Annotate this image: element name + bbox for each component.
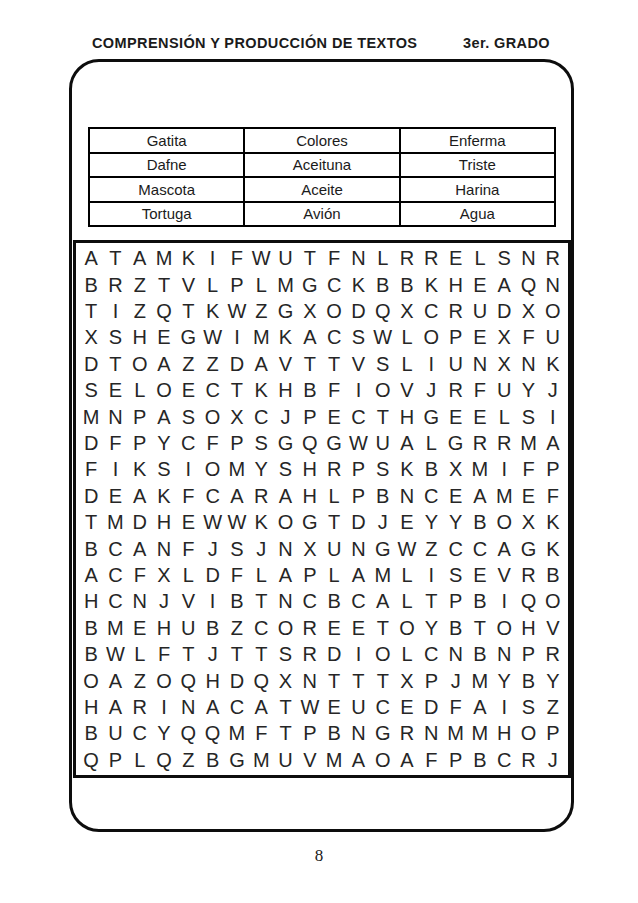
grid-cell: H: [128, 324, 152, 350]
grid-cell: D: [492, 298, 516, 324]
word-bank-cell: Enferma: [400, 128, 555, 153]
grid-cell: C: [371, 694, 395, 720]
grid-cell: C: [443, 535, 467, 561]
grid-cell: S: [225, 535, 249, 561]
grid-cell: T: [249, 588, 273, 614]
grid-cell: V: [176, 588, 200, 614]
grid-cell: L: [492, 403, 516, 429]
grid-cell: B: [468, 747, 492, 773]
grid-cell: K: [395, 456, 419, 482]
grid-cell: B: [468, 588, 492, 614]
grid-cell: F: [322, 245, 346, 271]
grid-cell: S: [176, 403, 200, 429]
grid-cell: U: [541, 324, 565, 350]
grid-cell: D: [346, 298, 370, 324]
grid-cell: O: [273, 615, 297, 641]
grid-cell: T: [371, 615, 395, 641]
grid-cell: U: [468, 298, 492, 324]
grid-cell: A: [79, 562, 103, 588]
word-bank-cell: Aceite: [244, 177, 399, 202]
grid-cell: B: [200, 615, 224, 641]
grid-cell: U: [492, 377, 516, 403]
grid-cell: X: [225, 403, 249, 429]
grid-cell: F: [516, 324, 540, 350]
grid-cell: E: [516, 483, 540, 509]
grid-cell: U: [273, 747, 297, 773]
grid-cell: T: [298, 245, 322, 271]
grid-cell: B: [79, 720, 103, 746]
grid-cell: A: [346, 562, 370, 588]
grid-cell: Z: [200, 351, 224, 377]
grid-cell: C: [492, 747, 516, 773]
grid-cell: O: [79, 667, 103, 693]
grid-cell: J: [200, 535, 224, 561]
grid-cell: N: [273, 588, 297, 614]
grid-cell: L: [395, 588, 419, 614]
grid-cell: D: [79, 483, 103, 509]
grid-cell: E: [468, 271, 492, 297]
grid-cell: I: [492, 456, 516, 482]
grid-cell: O: [371, 747, 395, 773]
grid-cell: C: [298, 588, 322, 614]
grid-cell: W: [298, 694, 322, 720]
grid-cell: T: [103, 351, 127, 377]
word-bank-cell: Triste: [400, 153, 555, 178]
grid-cell: A: [152, 403, 176, 429]
grid-cell: D: [322, 641, 346, 667]
grid-cell: Q: [176, 667, 200, 693]
grid-cell: N: [346, 720, 370, 746]
grid-cell: S: [273, 456, 297, 482]
grid-cell: F: [225, 245, 249, 271]
grid-cell: I: [103, 298, 127, 324]
grid-cell: M: [492, 483, 516, 509]
grid-cell: O: [492, 615, 516, 641]
grid-cell: Q: [200, 720, 224, 746]
grid-cell: R: [322, 456, 346, 482]
grid-cell: N: [346, 535, 370, 561]
grid-cell: X: [492, 324, 516, 350]
grid-cell: R: [541, 641, 565, 667]
grid-cell: C: [346, 403, 370, 429]
grid-cell: G: [371, 720, 395, 746]
grid-cell: D: [200, 562, 224, 588]
grid-cell: N: [346, 245, 370, 271]
grid-cell: L: [249, 562, 273, 588]
grid-cell: B: [371, 271, 395, 297]
grid-cell: X: [492, 351, 516, 377]
grid-cell: L: [371, 245, 395, 271]
grid-cell: E: [395, 694, 419, 720]
grid-cell: N: [468, 351, 492, 377]
grid-cell: J: [541, 747, 565, 773]
grid-cell: A: [298, 324, 322, 350]
grid-cell: K: [176, 245, 200, 271]
grid-cell: A: [492, 271, 516, 297]
grid-cell: E: [103, 483, 127, 509]
grid-cell: A: [273, 483, 297, 509]
grid-cell: H: [79, 588, 103, 614]
grid-cell: P: [541, 720, 565, 746]
grid-cell: A: [128, 483, 152, 509]
grid-cell: Y: [152, 720, 176, 746]
grid-cell: X: [516, 509, 540, 535]
grid-cell: U: [371, 430, 395, 456]
grid-cell: L: [395, 562, 419, 588]
grid-cell: C: [419, 483, 443, 509]
grid-cell: X: [152, 562, 176, 588]
grid-cell: N: [298, 667, 322, 693]
grid-cell: K: [541, 535, 565, 561]
grid-cell: I: [492, 694, 516, 720]
grid-cell: R: [541, 245, 565, 271]
grid-cell: T: [79, 509, 103, 535]
grid-cell: O: [371, 377, 395, 403]
grid-cell: I: [225, 324, 249, 350]
grid-cell: T: [346, 667, 370, 693]
grid-cell: J: [152, 588, 176, 614]
grid-cell: Z: [419, 535, 443, 561]
grid-cell: S: [516, 694, 540, 720]
grid-cell: O: [128, 351, 152, 377]
grid-cell: B: [79, 535, 103, 561]
grid-cell: O: [200, 456, 224, 482]
word-bank-cell: Dafne: [89, 153, 244, 178]
grid-cell: N: [273, 535, 297, 561]
grid-cell: K: [541, 351, 565, 377]
grid-cell: R: [298, 641, 322, 667]
grid-cell: K: [273, 324, 297, 350]
grid-cell: Q: [79, 747, 103, 773]
grid-cell: H: [79, 694, 103, 720]
grid-cell: X: [298, 535, 322, 561]
grid-cell: T: [225, 377, 249, 403]
grid-cell: N: [516, 245, 540, 271]
grid-cell: P: [443, 324, 467, 350]
grid-cell: P: [516, 641, 540, 667]
grid-cell: G: [419, 403, 443, 429]
grid-cell: E: [128, 615, 152, 641]
grid-cell: G: [176, 324, 200, 350]
grid-cell: G: [516, 535, 540, 561]
grid-cell: M: [103, 615, 127, 641]
grid-cell: W: [346, 430, 370, 456]
grid-cell: L: [419, 430, 443, 456]
grid-cell: O: [152, 667, 176, 693]
grid-cell: V: [176, 271, 200, 297]
grid-cell: R: [128, 694, 152, 720]
grid-cell: F: [541, 483, 565, 509]
grid-cell: F: [79, 456, 103, 482]
grid-cell: F: [516, 456, 540, 482]
grid-cell: Z: [541, 694, 565, 720]
grid-cell: Q: [249, 667, 273, 693]
grid-cell: L: [322, 483, 346, 509]
grid-cell: W: [200, 324, 224, 350]
grid-cell: H: [492, 720, 516, 746]
grid-cell: C: [103, 562, 127, 588]
grid-cell: R: [443, 377, 467, 403]
word-bank-cell: Gatita: [89, 128, 244, 153]
grid-cell: L: [249, 271, 273, 297]
grid-cell: E: [443, 483, 467, 509]
grid-cell: E: [103, 377, 127, 403]
grid-cell: P: [128, 430, 152, 456]
grid-cell: T: [103, 245, 127, 271]
grid-cell: A: [103, 694, 127, 720]
grid-cell: W: [225, 509, 249, 535]
grid-cell: C: [128, 720, 152, 746]
grid-cell: O: [152, 377, 176, 403]
grid-cell: N: [395, 483, 419, 509]
grid-cell: R: [516, 562, 540, 588]
grid-cell: I: [541, 403, 565, 429]
grid-cell: K: [249, 509, 273, 535]
grid-cell: W: [371, 324, 395, 350]
grid-cell: Y: [443, 509, 467, 535]
grid-cell: B: [79, 271, 103, 297]
grid-cell: T: [322, 509, 346, 535]
grid-cell: O: [492, 509, 516, 535]
grid-cell: C: [468, 535, 492, 561]
grid-cell: L: [128, 377, 152, 403]
grid-cell: W: [225, 298, 249, 324]
grid-cell: F: [128, 562, 152, 588]
grid-cell: I: [419, 562, 443, 588]
grid-cell: R: [298, 615, 322, 641]
grid-cell: E: [176, 509, 200, 535]
grid-cell: P: [443, 747, 467, 773]
grid-cell: P: [346, 483, 370, 509]
grid-cell: I: [346, 641, 370, 667]
grid-cell: P: [298, 720, 322, 746]
grid-cell: L: [200, 271, 224, 297]
grid-cell: D: [128, 509, 152, 535]
grid-cell: Z: [128, 271, 152, 297]
grid-cell: I: [346, 377, 370, 403]
grid-cell: D: [225, 351, 249, 377]
grid-cell: E: [346, 615, 370, 641]
grid-cell: P: [298, 403, 322, 429]
grid-cell: T: [322, 351, 346, 377]
grid-cell: R: [395, 245, 419, 271]
grid-cell: R: [419, 245, 443, 271]
grid-cell: N: [516, 351, 540, 377]
grid-cell: X: [298, 298, 322, 324]
grid-cell: A: [371, 588, 395, 614]
grid-cell: C: [346, 588, 370, 614]
grid-cell: K: [152, 483, 176, 509]
grid-cell: N: [443, 641, 467, 667]
grid-cell: X: [395, 667, 419, 693]
grid-cell: L: [128, 641, 152, 667]
grid-cell: O: [541, 588, 565, 614]
grid-cell: E: [395, 509, 419, 535]
grid-cell: A: [468, 694, 492, 720]
grid-cell: Z: [128, 667, 152, 693]
grid-cell: C: [176, 430, 200, 456]
grid-cell: J: [419, 377, 443, 403]
grid-cell: Q: [152, 747, 176, 773]
grid-cell: L: [395, 324, 419, 350]
grid-cell: E: [322, 615, 346, 641]
grid-cell: M: [468, 720, 492, 746]
grid-cell: A: [395, 747, 419, 773]
grid-cell: Y: [152, 430, 176, 456]
grid-cell: M: [249, 747, 273, 773]
grid-cell: G: [298, 271, 322, 297]
grid-cell: L: [176, 562, 200, 588]
grid-cell: M: [225, 720, 249, 746]
grid-cell: N: [492, 641, 516, 667]
grid-cell: A: [128, 535, 152, 561]
grid-cell: K: [541, 509, 565, 535]
grid-cell: S: [443, 562, 467, 588]
grid-cell: T: [176, 641, 200, 667]
grid-cell: E: [443, 403, 467, 429]
grid-cell: A: [128, 245, 152, 271]
grid-cell: X: [273, 667, 297, 693]
grid-cell: F: [103, 430, 127, 456]
grid-cell: F: [322, 377, 346, 403]
grid-cell: Z: [225, 615, 249, 641]
grid-cell: F: [200, 430, 224, 456]
grid-cell: Z: [249, 298, 273, 324]
grid-cell: C: [103, 588, 127, 614]
grid-cell: S: [371, 351, 395, 377]
grid-cell: A: [541, 430, 565, 456]
grid-cell: B: [322, 588, 346, 614]
grid-cell: W: [395, 535, 419, 561]
grid-cell: K: [249, 377, 273, 403]
grid-cell: P: [225, 430, 249, 456]
grid-cell: L: [468, 245, 492, 271]
grid-cell: F: [419, 747, 443, 773]
grid-cell: B: [443, 615, 467, 641]
grid-cell: I: [492, 588, 516, 614]
grid-cell: J: [249, 535, 273, 561]
grid-cell: F: [249, 720, 273, 746]
word-bank-cell: Harina: [400, 177, 555, 202]
grid-cell: C: [225, 694, 249, 720]
grid-cell: C: [419, 641, 443, 667]
grid-cell: J: [200, 641, 224, 667]
grid-cell: C: [419, 298, 443, 324]
grid-cell: Q: [516, 271, 540, 297]
word-bank-cell: Colores: [244, 128, 399, 153]
grid-cell: M: [468, 456, 492, 482]
grid-cell: T: [371, 403, 395, 429]
grid-cell: Y: [516, 377, 540, 403]
grid-cell: I: [176, 456, 200, 482]
grid-cell: B: [298, 377, 322, 403]
grid-cell: G: [371, 535, 395, 561]
grid-cell: U: [273, 245, 297, 271]
grid-cell: M: [152, 245, 176, 271]
word-bank-cell: Mascota: [89, 177, 244, 202]
grid-cell: H: [443, 271, 467, 297]
grid-cell: R: [516, 747, 540, 773]
grid-cell: J: [371, 509, 395, 535]
grid-cell: P: [346, 456, 370, 482]
grid-cell: B: [371, 483, 395, 509]
grid-cell: C: [322, 271, 346, 297]
word-bank-table: GatitaColoresEnfermaDafneAceitunaTristeM…: [88, 127, 556, 227]
grid-cell: X: [516, 298, 540, 324]
letter-grid: ATAMKIFWUTFNLRRELSNRBRZTVLPLMGCKBBKHEAQN…: [73, 240, 571, 778]
grid-cell: T: [79, 298, 103, 324]
grid-cell: B: [200, 747, 224, 773]
grid-cell: M: [79, 403, 103, 429]
grid-cell: X: [395, 298, 419, 324]
grid-cell: G: [273, 430, 297, 456]
grid-cell: A: [249, 351, 273, 377]
grid-cell: A: [103, 667, 127, 693]
grid-cell: A: [468, 483, 492, 509]
grid-cell: H: [152, 509, 176, 535]
grid-cell: Y: [249, 456, 273, 482]
grid-cell: T: [152, 271, 176, 297]
grid-cell: Q: [176, 720, 200, 746]
grid-cell: E: [443, 245, 467, 271]
grid-cell: E: [468, 562, 492, 588]
grid-cell: E: [176, 377, 200, 403]
grid-cell: Y: [541, 667, 565, 693]
grid-cell: N: [152, 535, 176, 561]
grid-cell: I: [200, 245, 224, 271]
grid-cell: B: [79, 615, 103, 641]
grid-cell: Q: [516, 588, 540, 614]
grid-cell: J: [541, 377, 565, 403]
grid-cell: U: [103, 720, 127, 746]
grid-cell: B: [516, 667, 540, 693]
grid-cell: M: [273, 271, 297, 297]
grid-cell: O: [371, 641, 395, 667]
grid-cell: W: [249, 245, 273, 271]
grid-cell: H: [298, 483, 322, 509]
word-bank-cell: Agua: [400, 202, 555, 227]
grid-cell: C: [322, 324, 346, 350]
grid-cell: N: [419, 720, 443, 746]
grid-cell: R: [249, 483, 273, 509]
grid-cell: Q: [298, 430, 322, 456]
page-header: COMPRENSIÓN Y PRODUCCIÓN DE TEXTOS 3er. …: [92, 35, 550, 55]
grid-cell: R: [395, 720, 419, 746]
grid-cell: E: [152, 324, 176, 350]
grid-cell: U: [346, 694, 370, 720]
grid-cell: G: [322, 430, 346, 456]
grid-cell: B: [395, 271, 419, 297]
word-bank-cell: Tortuga: [89, 202, 244, 227]
grid-cell: C: [103, 535, 127, 561]
grid-cell: P: [298, 562, 322, 588]
grid-cell: I: [103, 456, 127, 482]
grid-cell: M: [103, 509, 127, 535]
grid-cell: G: [298, 509, 322, 535]
grid-cell: P: [225, 271, 249, 297]
grid-cell: A: [273, 562, 297, 588]
grid-cell: N: [176, 694, 200, 720]
grid-cell: F: [152, 641, 176, 667]
grid-cell: A: [152, 351, 176, 377]
grid-cell: X: [79, 324, 103, 350]
grid-cell: H: [516, 615, 540, 641]
header-grade: 3er. GRADO: [463, 35, 550, 51]
grid-cell: P: [541, 456, 565, 482]
grid-cell: O: [200, 403, 224, 429]
grid-cell: V: [273, 351, 297, 377]
grid-cell: J: [273, 403, 297, 429]
